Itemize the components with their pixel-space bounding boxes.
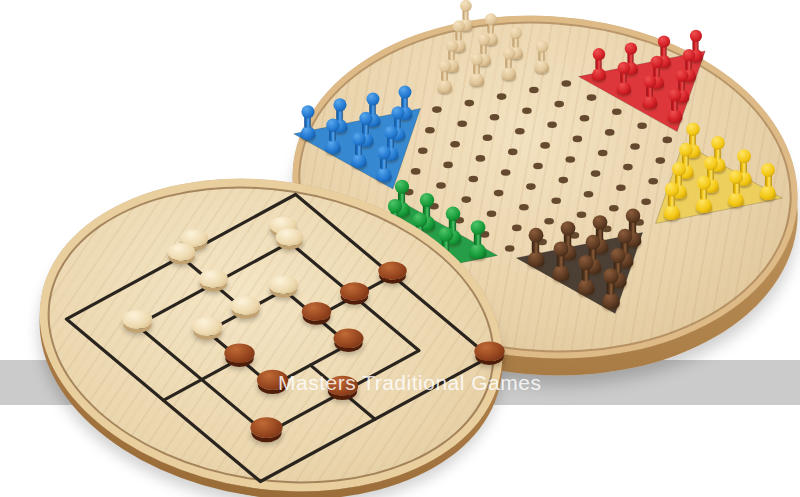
disc-brown — [474, 341, 504, 361]
disc-natural — [192, 316, 222, 335]
watermark-text: Masters Traditional Games — [278, 371, 541, 395]
disc-brown — [340, 282, 369, 301]
disc-natural — [167, 243, 195, 261]
disc-natural — [122, 310, 152, 329]
disc-brown — [378, 261, 407, 279]
disc-natural — [231, 296, 260, 315]
morris-lines — [0, 0, 800, 497]
product-photo: Masters Traditional Games — [0, 0, 800, 497]
disc-brown — [302, 302, 331, 321]
disc-natural — [199, 269, 228, 288]
disc-brown — [224, 343, 254, 363]
nine-mens-morris-board — [0, 0, 800, 497]
disc-brown — [250, 417, 282, 438]
